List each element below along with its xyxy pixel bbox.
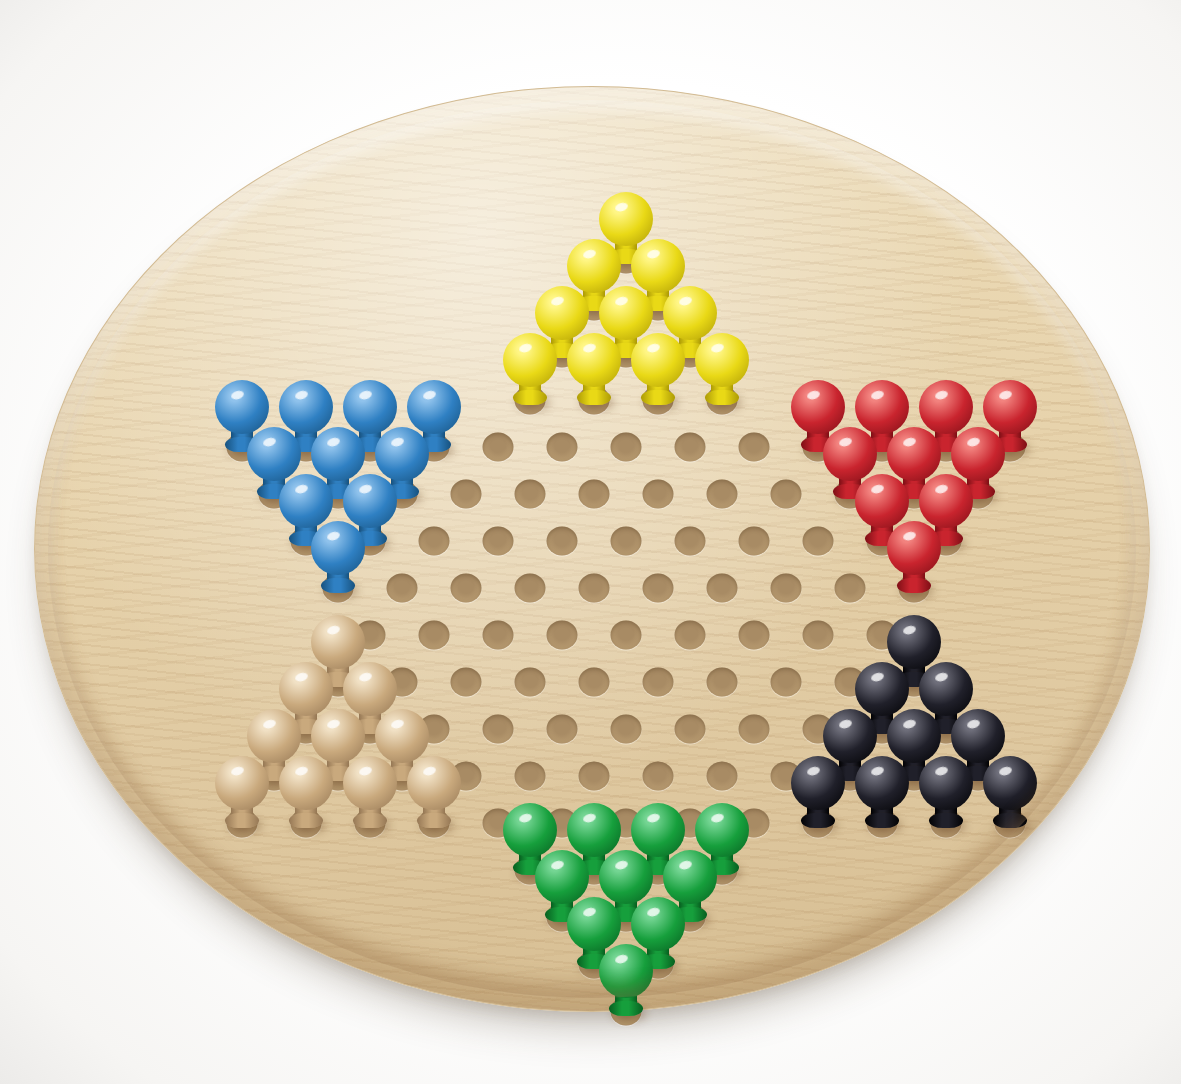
peg-foot (417, 813, 451, 828)
peg-foot (705, 390, 739, 405)
peg-head-green (631, 803, 685, 857)
peg-head-green (503, 803, 557, 857)
peg-head-black (855, 662, 909, 716)
peg-head-red (791, 380, 845, 434)
peg-head-yellow (631, 239, 685, 293)
peg-foot (289, 813, 323, 828)
peg-head-red (855, 474, 909, 528)
peg-head-yellow (599, 286, 653, 340)
peg-head-red (823, 427, 877, 481)
peg-head-blue (215, 380, 269, 434)
peg-head-blue (407, 380, 461, 434)
peg-natural[interactable] (340, 756, 400, 832)
peg-head-black (919, 756, 973, 810)
peg-head-natural (407, 756, 461, 810)
peg-head-blue (375, 427, 429, 481)
peg-head-red (951, 427, 1005, 481)
peg-natural[interactable] (276, 756, 336, 832)
peg-head-black (919, 662, 973, 716)
peg-head-red (919, 474, 973, 528)
peg-head-green (535, 850, 589, 904)
peg-green[interactable] (596, 944, 656, 1020)
peg-head-red (855, 380, 909, 434)
peg-natural[interactable] (404, 756, 464, 832)
peg-yellow[interactable] (500, 333, 560, 409)
peg-head-red (919, 380, 973, 434)
peg-head-natural (311, 709, 365, 763)
pegs-layer (35, 87, 1149, 1011)
peg-head-natural (343, 662, 397, 716)
peg-foot (321, 578, 355, 593)
peg-yellow[interactable] (692, 333, 752, 409)
peg-foot (897, 578, 931, 593)
peg-foot (929, 813, 963, 828)
peg-black[interactable] (916, 756, 976, 832)
peg-foot (513, 390, 547, 405)
peg-head-blue (311, 427, 365, 481)
peg-head-yellow (567, 239, 621, 293)
peg-red[interactable] (884, 521, 944, 597)
peg-foot (353, 813, 387, 828)
peg-black[interactable] (788, 756, 848, 832)
peg-head-green (695, 803, 749, 857)
peg-head-yellow (535, 286, 589, 340)
peg-head-red (887, 427, 941, 481)
peg-head-yellow (567, 333, 621, 387)
peg-head-yellow (695, 333, 749, 387)
peg-foot (993, 813, 1027, 828)
peg-head-black (887, 709, 941, 763)
peg-natural[interactable] (212, 756, 272, 832)
peg-head-green (663, 850, 717, 904)
peg-head-green (567, 897, 621, 951)
peg-head-blue (247, 427, 301, 481)
peg-head-natural (311, 615, 365, 669)
peg-head-black (951, 709, 1005, 763)
peg-foot (801, 813, 835, 828)
peg-foot (609, 1001, 643, 1016)
peg-head-yellow (663, 286, 717, 340)
peg-head-black (791, 756, 845, 810)
peg-head-yellow (599, 192, 653, 246)
peg-head-green (631, 897, 685, 951)
photo-background (0, 0, 1181, 1084)
peg-head-natural (279, 662, 333, 716)
peg-head-red (887, 521, 941, 575)
peg-head-black (887, 615, 941, 669)
peg-head-red (983, 380, 1037, 434)
peg-head-natural (215, 756, 269, 810)
peg-yellow[interactable] (564, 333, 624, 409)
peg-black[interactable] (852, 756, 912, 832)
peg-head-black (855, 756, 909, 810)
peg-head-blue (343, 380, 397, 434)
peg-yellow[interactable] (628, 333, 688, 409)
peg-black[interactable] (980, 756, 1040, 832)
peg-foot (641, 390, 675, 405)
peg-head-green (599, 944, 653, 998)
chinese-checkers-board (34, 86, 1150, 1012)
peg-head-black (983, 756, 1037, 810)
peg-head-natural (279, 756, 333, 810)
peg-foot (225, 813, 259, 828)
peg-head-black (823, 709, 877, 763)
peg-head-yellow (503, 333, 557, 387)
peg-head-natural (247, 709, 301, 763)
peg-head-blue (311, 521, 365, 575)
peg-head-natural (343, 756, 397, 810)
peg-foot (577, 390, 611, 405)
peg-head-green (599, 850, 653, 904)
peg-head-blue (343, 474, 397, 528)
peg-head-natural (375, 709, 429, 763)
peg-blue[interactable] (308, 521, 368, 597)
peg-head-blue (279, 474, 333, 528)
peg-head-blue (279, 380, 333, 434)
peg-head-yellow (631, 333, 685, 387)
peg-head-green (567, 803, 621, 857)
peg-foot (865, 813, 899, 828)
